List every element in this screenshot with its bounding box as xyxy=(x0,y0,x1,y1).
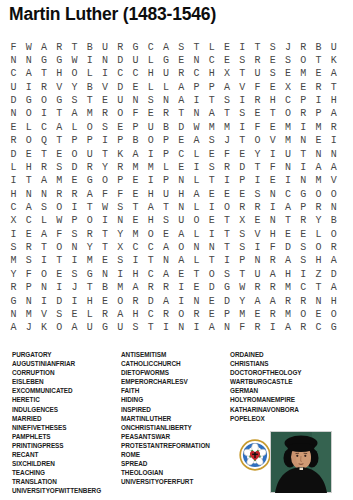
grid-cell: O xyxy=(37,94,52,107)
grid-cell: T xyxy=(311,281,326,294)
grid-cell: P xyxy=(296,94,311,107)
grid-cell: E xyxy=(265,81,280,94)
grid-cell: I xyxy=(37,295,52,308)
word-list-column: PURGATORYAUGUSTINIANFRIARCORRUPTIONEISLE… xyxy=(12,350,101,496)
grid-cell: P xyxy=(220,308,235,321)
grid-cell: P xyxy=(296,201,311,214)
word-item: POPELEOX xyxy=(230,414,302,423)
grid-cell: E xyxy=(311,135,326,148)
grid-cell: Y xyxy=(67,81,82,94)
grid-cell: L xyxy=(189,201,204,214)
grid-cell: A xyxy=(174,94,189,107)
grid-cell: T xyxy=(82,281,97,294)
grid-cell: N xyxy=(220,322,235,335)
grid-cell: R xyxy=(326,121,341,134)
grid-cell: R xyxy=(82,228,97,241)
grid-cell: P xyxy=(159,175,174,188)
grid-cell: O xyxy=(311,241,326,254)
grid-cell: S xyxy=(21,255,36,268)
grid-cell: I xyxy=(235,121,250,134)
grid-cell: X xyxy=(281,81,296,94)
grid-cell: R xyxy=(326,241,341,254)
word-item: HERETIC xyxy=(12,395,101,404)
grid-cell: N xyxy=(174,175,189,188)
grid-cell: E xyxy=(174,161,189,174)
grid-cell: N xyxy=(189,295,204,308)
grid-cell: H xyxy=(311,255,326,268)
grid-cell: G xyxy=(128,41,143,54)
word-item: PROTESTANTREFORMATION xyxy=(121,441,210,450)
word-item: CATHOLICCHURCH xyxy=(121,359,210,368)
grid-cell: G xyxy=(82,268,97,281)
grid-cell: E xyxy=(311,68,326,81)
grid-cell: H xyxy=(6,188,21,201)
grid-cell: L xyxy=(189,148,204,161)
word-item: WARTBURGCASTLE xyxy=(230,377,302,386)
grid-cell: V xyxy=(52,81,67,94)
grid-cell: T xyxy=(52,108,67,121)
grid-cell: T xyxy=(98,241,113,254)
grid-cell: P xyxy=(311,108,326,121)
grid-cell: G xyxy=(296,188,311,201)
grid-cell: L xyxy=(143,81,158,94)
grid-cell: D xyxy=(67,161,82,174)
grid-cell: T xyxy=(296,148,311,161)
grid-cell: U xyxy=(174,215,189,228)
grid-cell: E xyxy=(204,295,219,308)
grid-cell: L xyxy=(82,68,97,81)
grid-cell: T xyxy=(82,201,97,214)
grid-cell: C xyxy=(128,241,143,254)
grid-cell: I xyxy=(204,201,219,214)
word-item: RECANT xyxy=(12,450,101,459)
grid-cell: F xyxy=(235,322,250,335)
grid-cell: M xyxy=(143,161,158,174)
word-item: PRINTINGPRESS xyxy=(12,441,101,450)
grid-cell: A xyxy=(174,255,189,268)
grid-cell: N xyxy=(98,54,113,67)
grid-cell: N xyxy=(98,268,113,281)
grid-cell: N xyxy=(189,54,204,67)
grid-cell: O xyxy=(21,108,36,121)
grid-cell: O xyxy=(37,268,52,281)
grid-cell: C xyxy=(143,268,158,281)
grid-cell: N xyxy=(21,188,36,201)
word-item: CORRUPTION xyxy=(12,368,101,377)
grid-cell: I xyxy=(174,281,189,294)
grid-cell: J xyxy=(220,135,235,148)
grid-cell: H xyxy=(21,161,36,174)
grid-cell: I xyxy=(296,121,311,134)
grid-cell: U xyxy=(82,148,97,161)
grid-cell: M xyxy=(296,68,311,81)
grid-cell: S xyxy=(235,228,250,241)
grid-cell: O xyxy=(98,175,113,188)
grid-cell: X xyxy=(220,68,235,81)
grid-cell: O xyxy=(52,201,67,214)
grid-cell: M xyxy=(311,175,326,188)
grid-cell: M xyxy=(128,228,143,241)
grid-cell: N xyxy=(159,94,174,107)
grid-cell: R xyxy=(159,108,174,121)
grid-cell: A xyxy=(159,241,174,254)
grid-cell: I xyxy=(67,201,82,214)
grid-cell: E xyxy=(220,41,235,54)
grid-cell: L xyxy=(37,215,52,228)
grid-cell: S xyxy=(281,54,296,67)
word-item: EXCOMMUNICATED xyxy=(12,386,101,395)
grid-cell: Q xyxy=(37,135,52,148)
grid-cell: B xyxy=(326,215,341,228)
grid-cell: S xyxy=(296,255,311,268)
grid-cell: D xyxy=(6,148,21,161)
grid-cell: E xyxy=(128,81,143,94)
grid-cell: M xyxy=(204,121,219,134)
grid-cell: T xyxy=(281,215,296,228)
grid-cell: P xyxy=(128,121,143,134)
grid-cell: S xyxy=(235,54,250,67)
grid-cell: M xyxy=(6,255,21,268)
grid-cell: R xyxy=(6,281,21,294)
grid-cell: I xyxy=(37,108,52,121)
grid-cell: V xyxy=(98,81,113,94)
word-item: SIXCHILDREN xyxy=(12,459,101,468)
word-item: HOLYROMANEMPIRE xyxy=(230,395,302,404)
grid-cell: N xyxy=(311,295,326,308)
grid-cell: R xyxy=(113,41,128,54)
grid-cell: S xyxy=(204,161,219,174)
grid-cell: M xyxy=(82,255,97,268)
grid-cell: D xyxy=(6,94,21,107)
grid-cell: T xyxy=(52,135,67,148)
grid-cell: O xyxy=(250,135,265,148)
grid-cell: T xyxy=(52,255,67,268)
grid-cell: W xyxy=(67,54,82,67)
grid-cell: L xyxy=(143,54,158,67)
word-item: ORDAINED xyxy=(230,350,302,359)
grid-cell: P xyxy=(113,135,128,148)
grid-cell: D xyxy=(174,121,189,134)
grid-cell: R xyxy=(52,41,67,54)
grid-cell: B xyxy=(311,41,326,54)
grid-cell: L xyxy=(204,41,219,54)
grid-cell: T xyxy=(235,68,250,81)
grid-cell: H xyxy=(143,188,158,201)
grid-cell: N xyxy=(67,241,82,254)
grid-cell: E xyxy=(265,121,280,134)
grid-cell: K xyxy=(326,54,341,67)
grid-cell: E xyxy=(67,308,82,321)
grid-cell: R xyxy=(143,281,158,294)
grid-cell: O xyxy=(113,295,128,308)
grid-cell: R xyxy=(250,322,265,335)
grid-cell: B xyxy=(98,281,113,294)
word-item: PURGATORY xyxy=(12,350,101,359)
grid-cell: H xyxy=(265,94,280,107)
grid-cell: F xyxy=(265,161,280,174)
grid-cell: S xyxy=(37,201,52,214)
grid-cell: I xyxy=(281,175,296,188)
grid-cell: A xyxy=(189,188,204,201)
grid-cell: T xyxy=(82,94,97,107)
grid-cell: T xyxy=(235,135,250,148)
grid-cell: O xyxy=(143,135,158,148)
grid-cell: T xyxy=(265,108,280,121)
grid-cell: T xyxy=(250,161,265,174)
grid-cell: D xyxy=(281,241,296,254)
grid-cell: M xyxy=(52,175,67,188)
word-item: PEASANTSWAR xyxy=(121,432,210,441)
word-item: INDULGENCES xyxy=(12,405,101,414)
grid-cell: E xyxy=(67,175,82,188)
grid-cell: T xyxy=(159,201,174,214)
grid-cell: I xyxy=(265,201,280,214)
grid-cell: C xyxy=(113,68,128,81)
grid-cell: E xyxy=(250,308,265,321)
grid-cell: P xyxy=(204,81,219,94)
grid-cell: H xyxy=(326,94,341,107)
grid-cell: E xyxy=(311,308,326,321)
grid-cell: T xyxy=(143,255,158,268)
word-item: THEOLOGIAN xyxy=(121,468,210,477)
word-item: MARRIED xyxy=(12,414,101,423)
grid-cell: X xyxy=(235,215,250,228)
grid-cell: F xyxy=(6,41,21,54)
word-item: PAMPHLETS xyxy=(12,432,101,441)
grid-cell: S xyxy=(67,94,82,107)
grid-cell: C xyxy=(143,41,158,54)
grid-cell: A xyxy=(174,228,189,241)
grid-cell: L xyxy=(189,175,204,188)
grid-cell: F xyxy=(220,148,235,161)
grid-cell: N xyxy=(174,201,189,214)
grid-cell: D xyxy=(204,281,219,294)
grid-cell: T xyxy=(220,241,235,254)
word-item: KATHARINAVONBORA xyxy=(230,405,302,414)
word-item: ROME xyxy=(121,450,210,459)
grid-cell: I xyxy=(189,94,204,107)
grid-cell: I xyxy=(311,94,326,107)
grid-cell: A xyxy=(174,81,189,94)
grid-cell: A xyxy=(204,322,219,335)
grid-cell: D xyxy=(235,161,250,174)
grid-cell: S xyxy=(204,135,219,148)
grid-cell: N xyxy=(189,241,204,254)
grid-cell: A xyxy=(37,228,52,241)
grid-cell: J xyxy=(67,281,82,294)
grid-cell: R xyxy=(21,241,36,254)
grid-cell: E xyxy=(98,255,113,268)
grid-cell: R xyxy=(296,295,311,308)
grid-cell: A xyxy=(37,175,52,188)
grid-cell: W xyxy=(98,201,113,214)
grid-cell: E xyxy=(128,215,143,228)
grid-cell: R xyxy=(159,281,174,294)
grid-cell: Y xyxy=(250,148,265,161)
grid-cell: I xyxy=(67,255,82,268)
grid-cell: P xyxy=(235,175,250,188)
grid-cell: H xyxy=(128,308,143,321)
grid-cell: E xyxy=(174,135,189,148)
grid-cell: T xyxy=(21,175,36,188)
grid-cell: D xyxy=(326,268,341,281)
grid-cell: F xyxy=(98,188,113,201)
grid-cell: S xyxy=(52,308,67,321)
grid-cell: N xyxy=(159,255,174,268)
grid-cell: I xyxy=(159,322,174,335)
grid-cell: E xyxy=(235,188,250,201)
grid-cell: C xyxy=(128,68,143,81)
grid-cell: F xyxy=(113,188,128,201)
grid-cell: M xyxy=(281,281,296,294)
grid-cell: I xyxy=(98,135,113,148)
grid-cell: X xyxy=(6,215,21,228)
grid-cell: I xyxy=(296,268,311,281)
grid-cell: O xyxy=(311,188,326,201)
grid-cell: I xyxy=(235,94,250,107)
grid-cell: N xyxy=(113,215,128,228)
grid-cell: B xyxy=(82,81,97,94)
grid-cell: L xyxy=(67,121,82,134)
grid-cell: O xyxy=(82,121,97,134)
grid-cell: U xyxy=(113,94,128,107)
grid-cell: C xyxy=(296,281,311,294)
word-item: ANTISEMITISM xyxy=(121,350,210,359)
grid-cell: T xyxy=(189,41,204,54)
grid-cell: T xyxy=(220,215,235,228)
grid-cell: I xyxy=(67,295,82,308)
grid-cell: O xyxy=(143,228,158,241)
grid-cell: M xyxy=(21,308,36,321)
grid-cell: H xyxy=(128,268,143,281)
grid-cell: A xyxy=(220,81,235,94)
grid-cell: E xyxy=(220,54,235,67)
grid-cell: N xyxy=(296,175,311,188)
martin-luther-portrait xyxy=(270,431,332,493)
grid-cell: O xyxy=(189,215,204,228)
grid-cell: M xyxy=(220,121,235,134)
grid-cell: H xyxy=(326,295,341,308)
grid-cell: K xyxy=(37,322,52,335)
grid-cell: I xyxy=(204,228,219,241)
grid-cell: Y xyxy=(6,268,21,281)
grid-cell: R xyxy=(159,308,174,321)
grid-cell: O xyxy=(174,241,189,254)
grid-cell: A xyxy=(67,108,82,121)
grid-cell: T xyxy=(311,54,326,67)
grid-cell: R xyxy=(265,255,280,268)
grid-cell: P xyxy=(189,81,204,94)
grid-cell: M xyxy=(281,121,296,134)
grid-cell: A xyxy=(21,68,36,81)
grid-cell: F xyxy=(52,228,67,241)
grid-cell: E xyxy=(52,268,67,281)
grid-cell: R xyxy=(113,161,128,174)
grid-cell: R xyxy=(296,215,311,228)
grid-cell: B xyxy=(82,41,97,54)
grid-cell: R xyxy=(235,201,250,214)
grid-cell: G xyxy=(52,54,67,67)
word-item: TRANSLATION xyxy=(12,477,101,486)
grid-cell: I xyxy=(189,161,204,174)
grid-cell: R xyxy=(52,188,67,201)
grid-cell: I xyxy=(82,54,97,67)
grid-cell: N xyxy=(311,148,326,161)
grid-cell: A xyxy=(37,41,52,54)
grid-cell: U xyxy=(128,54,143,67)
grid-cell: F xyxy=(21,268,36,281)
grid-cell: T xyxy=(174,108,189,121)
grid-cell: S xyxy=(67,228,82,241)
grid-cell: T xyxy=(143,322,158,335)
grid-cell: L xyxy=(21,121,36,134)
grid-cell: E xyxy=(98,295,113,308)
grid-cell: E xyxy=(204,215,219,228)
grid-cell: U xyxy=(250,268,265,281)
grid-cell: R xyxy=(311,201,326,214)
grid-cell: E xyxy=(21,148,36,161)
word-item: INSPIRED xyxy=(121,405,210,414)
grid-cell: E xyxy=(174,54,189,67)
grid-cell: C xyxy=(189,68,204,81)
grid-cell: U xyxy=(98,41,113,54)
grid-cell: A xyxy=(281,255,296,268)
grid-cell: Z xyxy=(311,268,326,281)
grid-cell: L xyxy=(189,228,204,241)
grid-cell: D xyxy=(220,295,235,308)
grid-cell: R xyxy=(98,308,113,321)
grid-cell: S xyxy=(174,41,189,54)
grid-cell: I xyxy=(250,175,265,188)
grid-cell: E xyxy=(204,308,219,321)
grid-cell: E xyxy=(296,228,311,241)
grid-cell: R xyxy=(296,41,311,54)
grid-cell: C xyxy=(6,68,21,81)
grid-cell: E xyxy=(204,148,219,161)
grid-cell: C xyxy=(37,121,52,134)
grid-cell: E xyxy=(174,268,189,281)
word-item: UNIVERSITYOFERFURT xyxy=(121,477,210,486)
grid-cell: C xyxy=(204,54,219,67)
grid-cell: T xyxy=(98,228,113,241)
grid-cell: T xyxy=(220,228,235,241)
grid-cell: A xyxy=(82,188,97,201)
grid-cell: H xyxy=(265,228,280,241)
grid-cell: C xyxy=(281,188,296,201)
grid-cell: Y xyxy=(113,228,128,241)
grid-cell: S xyxy=(128,322,143,335)
grid-cell: M xyxy=(281,308,296,321)
grid-cell: R xyxy=(250,54,265,67)
grid-cell: W xyxy=(189,121,204,134)
grid-cell: L xyxy=(311,228,326,241)
grid-cell: E xyxy=(143,108,158,121)
grid-cell: R xyxy=(67,188,82,201)
grid-cell: A xyxy=(189,135,204,148)
grid-cell: Y xyxy=(235,295,250,308)
grid-cell: R xyxy=(6,135,21,148)
grid-cell: F xyxy=(265,241,280,254)
grid-cell: G xyxy=(159,54,174,67)
grid-cell: G xyxy=(6,295,21,308)
grid-cell: M xyxy=(113,281,128,294)
grid-cell: N xyxy=(189,108,204,121)
word-item: EISLEBEN xyxy=(12,377,101,386)
word-list-column: ANTISEMITISMCATHOLICCHURCHDIETOFWORMSEMP… xyxy=(121,350,210,486)
grid-cell: U xyxy=(159,188,174,201)
worksheet-page: Martin Luther (1483-1546) FWARTBURGCASTL… xyxy=(0,0,353,500)
grid-cell: O xyxy=(113,108,128,121)
